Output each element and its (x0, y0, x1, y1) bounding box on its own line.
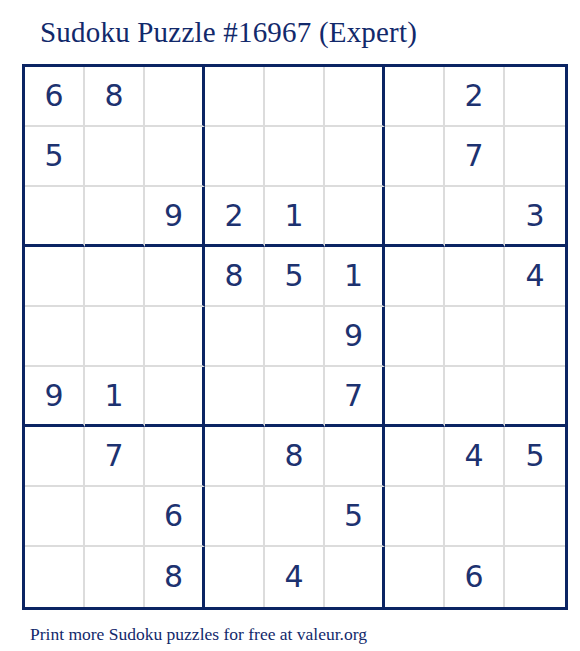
cell-r4c9: 4 (505, 247, 565, 307)
cell-r8c8 (445, 487, 505, 547)
cell-r4c1 (25, 247, 85, 307)
cell-r9c9 (505, 547, 565, 607)
sudoku-board: 68257921385149917784565846 (22, 64, 568, 610)
cell-r4c6: 1 (325, 247, 385, 307)
cell-r1c6 (325, 67, 385, 127)
cell-r7c5: 8 (265, 427, 325, 487)
cell-r9c8: 6 (445, 547, 505, 607)
cell-r7c4 (205, 427, 265, 487)
cell-r2c1: 5 (25, 127, 85, 187)
cell-r3c3: 9 (145, 187, 205, 247)
cell-r7c2: 7 (85, 427, 145, 487)
cell-r9c3: 8 (145, 547, 205, 607)
footer-text: Print more Sudoku puzzles for free at va… (30, 624, 580, 645)
cell-r1c5 (265, 67, 325, 127)
cell-r7c9: 5 (505, 427, 565, 487)
cell-r9c7 (385, 547, 445, 607)
cell-r9c2 (85, 547, 145, 607)
cell-r9c6 (325, 547, 385, 607)
cell-r1c9 (505, 67, 565, 127)
cell-r5c9 (505, 307, 565, 367)
cell-r7c3 (145, 427, 205, 487)
cell-r1c1: 6 (25, 67, 85, 127)
cell-r8c5 (265, 487, 325, 547)
cell-r4c8 (445, 247, 505, 307)
cell-r8c6: 5 (325, 487, 385, 547)
cell-r9c4 (205, 547, 265, 607)
cell-r7c7 (385, 427, 445, 487)
cell-r3c5: 1 (265, 187, 325, 247)
cell-r2c7 (385, 127, 445, 187)
cell-r1c8: 2 (445, 67, 505, 127)
cell-r6c1: 9 (25, 367, 85, 427)
cell-r5c7 (385, 307, 445, 367)
cell-r7c6 (325, 427, 385, 487)
cell-r3c6 (325, 187, 385, 247)
cell-r5c5 (265, 307, 325, 367)
cell-r7c8: 4 (445, 427, 505, 487)
cell-r6c5 (265, 367, 325, 427)
cell-r2c5 (265, 127, 325, 187)
cell-r2c2 (85, 127, 145, 187)
cell-r5c6: 9 (325, 307, 385, 367)
cell-r9c1 (25, 547, 85, 607)
cell-r2c8: 7 (445, 127, 505, 187)
cell-r6c3 (145, 367, 205, 427)
cell-r4c2 (85, 247, 145, 307)
cell-r6c7 (385, 367, 445, 427)
cell-r3c8 (445, 187, 505, 247)
cell-r8c9 (505, 487, 565, 547)
cell-r3c9: 3 (505, 187, 565, 247)
cell-r5c8 (445, 307, 505, 367)
cell-r6c9 (505, 367, 565, 427)
cell-r1c7 (385, 67, 445, 127)
cell-r9c5: 4 (265, 547, 325, 607)
cell-r8c7 (385, 487, 445, 547)
cell-r3c1 (25, 187, 85, 247)
cell-r1c3 (145, 67, 205, 127)
cell-r8c1 (25, 487, 85, 547)
cell-r6c8 (445, 367, 505, 427)
cell-r1c2: 8 (85, 67, 145, 127)
cell-r8c2 (85, 487, 145, 547)
cell-r2c9 (505, 127, 565, 187)
cell-r7c1 (25, 427, 85, 487)
sudoku-page: Sudoku Puzzle #16967 (Expert) 6825792138… (0, 16, 580, 645)
cell-r2c6 (325, 127, 385, 187)
cell-r4c7 (385, 247, 445, 307)
cell-r8c4 (205, 487, 265, 547)
cell-r8c3: 6 (145, 487, 205, 547)
cell-r6c6: 7 (325, 367, 385, 427)
cell-r4c4: 8 (205, 247, 265, 307)
cell-r3c4: 2 (205, 187, 265, 247)
page-title: Sudoku Puzzle #16967 (Expert) (40, 16, 580, 49)
cell-r5c1 (25, 307, 85, 367)
cell-r5c2 (85, 307, 145, 367)
cell-r4c3 (145, 247, 205, 307)
cell-r5c3 (145, 307, 205, 367)
cell-r4c5: 5 (265, 247, 325, 307)
cell-r5c4 (205, 307, 265, 367)
cell-r1c4 (205, 67, 265, 127)
cell-r6c4 (205, 367, 265, 427)
cell-r6c2: 1 (85, 367, 145, 427)
cell-r3c7 (385, 187, 445, 247)
cell-r3c2 (85, 187, 145, 247)
cell-r2c4 (205, 127, 265, 187)
cell-r2c3 (145, 127, 205, 187)
